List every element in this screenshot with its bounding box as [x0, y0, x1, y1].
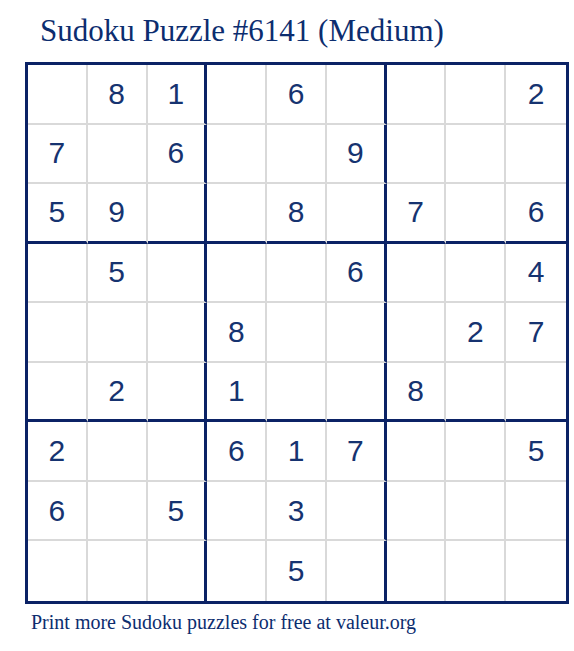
cell-r5c7 — [387, 303, 447, 363]
cell-r3c4 — [207, 184, 267, 244]
cell-r6c8 — [446, 363, 506, 423]
cell-r4c4 — [207, 244, 267, 304]
cell-r1c4 — [207, 65, 267, 125]
cell-r7c6: 7 — [327, 422, 387, 482]
cell-r4c6: 6 — [327, 244, 387, 304]
cell-r9c4 — [207, 541, 267, 601]
cell-r3c9: 6 — [506, 184, 566, 244]
cell-r7c4: 6 — [207, 422, 267, 482]
cell-r7c2 — [88, 422, 148, 482]
page-title: Sudoku Puzzle #6141 (Medium) — [40, 13, 444, 49]
cell-r6c4: 1 — [207, 363, 267, 423]
cell-r2c9 — [506, 125, 566, 185]
cell-r6c3 — [148, 363, 208, 423]
cell-r2c4 — [207, 125, 267, 185]
cell-r6c2: 2 — [88, 363, 148, 423]
cell-r2c3: 6 — [148, 125, 208, 185]
cell-r8c2 — [88, 482, 148, 542]
cell-r8c8 — [446, 482, 506, 542]
cell-r5c4: 8 — [207, 303, 267, 363]
cell-r2c7 — [387, 125, 447, 185]
cell-r9c3 — [148, 541, 208, 601]
cell-r6c5 — [267, 363, 327, 423]
cell-r7c7 — [387, 422, 447, 482]
cell-r9c8 — [446, 541, 506, 601]
cell-r6c1 — [28, 363, 88, 423]
cell-r5c9: 7 — [506, 303, 566, 363]
cell-r7c5: 1 — [267, 422, 327, 482]
cell-r4c2: 5 — [88, 244, 148, 304]
cell-r1c6 — [327, 65, 387, 125]
cell-r9c1 — [28, 541, 88, 601]
cell-r7c9: 5 — [506, 422, 566, 482]
cell-r3c8 — [446, 184, 506, 244]
cell-r6c9 — [506, 363, 566, 423]
cell-r8c9 — [506, 482, 566, 542]
cell-r2c1: 7 — [28, 125, 88, 185]
cell-r8c3: 5 — [148, 482, 208, 542]
cell-r4c9: 4 — [506, 244, 566, 304]
cell-r5c5 — [267, 303, 327, 363]
cell-r5c3 — [148, 303, 208, 363]
cell-r9c6 — [327, 541, 387, 601]
cell-r8c5: 3 — [267, 482, 327, 542]
cell-r3c3 — [148, 184, 208, 244]
cell-r2c5 — [267, 125, 327, 185]
sudoku-grid: 816276959876564827218261756535 — [25, 62, 569, 604]
cell-r1c1 — [28, 65, 88, 125]
cell-r3c5: 8 — [267, 184, 327, 244]
cell-r1c3: 1 — [148, 65, 208, 125]
cell-r2c2 — [88, 125, 148, 185]
cell-r7c8 — [446, 422, 506, 482]
cell-r8c6 — [327, 482, 387, 542]
cell-r4c7 — [387, 244, 447, 304]
cell-r4c5 — [267, 244, 327, 304]
cell-r8c7 — [387, 482, 447, 542]
cell-r3c6 — [327, 184, 387, 244]
cell-r1c5: 6 — [267, 65, 327, 125]
cell-r2c6: 9 — [327, 125, 387, 185]
cell-r5c8: 2 — [446, 303, 506, 363]
cell-r1c8 — [446, 65, 506, 125]
cell-r6c6 — [327, 363, 387, 423]
cell-r9c7 — [387, 541, 447, 601]
cell-r9c2 — [88, 541, 148, 601]
footer-text: Print more Sudoku puzzles for free at va… — [31, 611, 416, 634]
cell-r2c8 — [446, 125, 506, 185]
cell-r5c1 — [28, 303, 88, 363]
cell-r4c1 — [28, 244, 88, 304]
cell-r9c9 — [506, 541, 566, 601]
cell-r7c1: 2 — [28, 422, 88, 482]
cell-r4c3 — [148, 244, 208, 304]
cell-r8c4 — [207, 482, 267, 542]
cell-r3c7: 7 — [387, 184, 447, 244]
cell-r9c5: 5 — [267, 541, 327, 601]
cell-r3c2: 9 — [88, 184, 148, 244]
cell-r3c1: 5 — [28, 184, 88, 244]
cell-r7c3 — [148, 422, 208, 482]
cell-r4c8 — [446, 244, 506, 304]
cell-r8c1: 6 — [28, 482, 88, 542]
cell-r1c7 — [387, 65, 447, 125]
cell-r1c9: 2 — [506, 65, 566, 125]
cell-r5c2 — [88, 303, 148, 363]
cell-r5c6 — [327, 303, 387, 363]
cell-r6c7: 8 — [387, 363, 447, 423]
cell-r1c2: 8 — [88, 65, 148, 125]
